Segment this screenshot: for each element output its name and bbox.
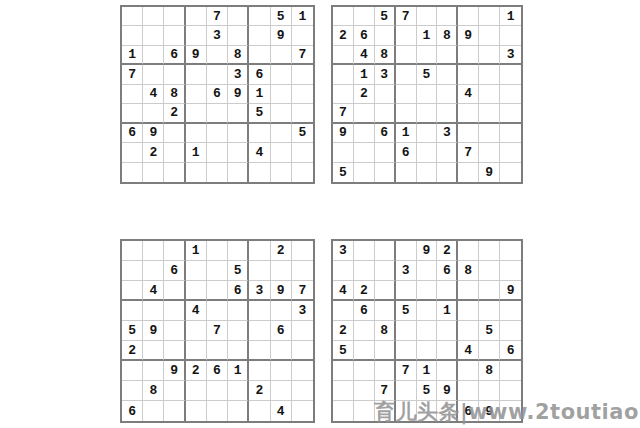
cell-r4c7 — [458, 301, 479, 321]
cell-r3c3: 6 — [164, 46, 185, 65]
cell-r4c4 — [396, 65, 417, 84]
cell-r7c2: 9 — [143, 124, 164, 143]
cell-r2c9 — [292, 26, 313, 45]
cell-r6c1: 5 — [333, 341, 354, 361]
cell-r2c3 — [375, 261, 396, 281]
cell-r2c5 — [417, 261, 438, 281]
cell-r2c5 — [207, 261, 228, 281]
cell-r3c8 — [271, 46, 292, 65]
watermark: 育儿头条|www.2toutiao.com — [374, 399, 640, 425]
cell-r9c2 — [354, 163, 375, 182]
cell-r9c8: 9 — [479, 163, 500, 182]
cell-r9c6 — [228, 401, 249, 421]
cell-r6c8 — [271, 104, 292, 123]
cell-r1c5 — [207, 241, 228, 261]
cell-r6c9: 6 — [500, 341, 521, 361]
cell-r8c2: 8 — [143, 381, 164, 401]
cell-r7c9 — [292, 361, 313, 381]
cell-r5c4 — [396, 85, 417, 104]
cell-r4c7 — [458, 65, 479, 84]
cell-r7c8 — [271, 361, 292, 381]
cell-r8c9 — [292, 143, 313, 162]
cell-r6c2 — [143, 341, 164, 361]
cell-r4c9 — [292, 65, 313, 84]
cell-r8c6: 9 — [437, 381, 458, 401]
cell-r8c2 — [354, 381, 375, 401]
cell-r2c1 — [333, 261, 354, 281]
cell-r4c5 — [207, 65, 228, 84]
cell-r4c2: 6 — [354, 301, 375, 321]
cell-r8c4: 6 — [396, 143, 417, 162]
cell-r4c8 — [271, 65, 292, 84]
cell-r3c1 — [122, 281, 143, 301]
cell-r8c6 — [228, 143, 249, 162]
cell-r4c2 — [143, 301, 164, 321]
cell-r6c7 — [458, 104, 479, 123]
cell-r1c7 — [458, 7, 479, 26]
cell-r8c7 — [458, 381, 479, 401]
cell-r8c6 — [437, 143, 458, 162]
cell-r1c8 — [479, 241, 500, 261]
cell-r7c4: 2 — [186, 361, 207, 381]
cell-r7c6 — [437, 361, 458, 381]
cell-r2c2 — [143, 261, 164, 281]
cell-r5c7: 4 — [458, 85, 479, 104]
cell-r5c1: 5 — [122, 321, 143, 341]
cell-r3c6: 6 — [228, 281, 249, 301]
cell-r3c9: 7 — [292, 281, 313, 301]
cell-r5c8 — [271, 85, 292, 104]
cell-r6c2 — [143, 104, 164, 123]
cell-r3c2: 2 — [354, 281, 375, 301]
cell-r5c7: 1 — [249, 85, 270, 104]
cell-r9c7 — [249, 401, 270, 421]
cell-r8c1 — [122, 143, 143, 162]
cell-r5c4 — [396, 321, 417, 341]
cell-r6c6 — [437, 341, 458, 361]
cell-r5c8: 5 — [479, 321, 500, 341]
cell-r2c8: 9 — [271, 26, 292, 45]
cell-r4c1 — [122, 301, 143, 321]
cell-r3c4 — [396, 46, 417, 65]
cell-r3c7 — [249, 46, 270, 65]
cell-r2c4 — [396, 26, 417, 45]
cell-r8c5 — [207, 381, 228, 401]
cell-r1c2 — [143, 7, 164, 26]
cell-r8c8 — [271, 381, 292, 401]
cell-r6c5 — [207, 341, 228, 361]
cell-r7c8 — [271, 124, 292, 143]
cell-r1c8 — [479, 7, 500, 26]
cell-r8c4 — [186, 381, 207, 401]
cell-r4c8 — [271, 301, 292, 321]
cell-r7c5: 6 — [207, 361, 228, 381]
cell-r7c3 — [164, 124, 185, 143]
cell-r7c4 — [186, 124, 207, 143]
cell-r8c7: 2 — [249, 381, 270, 401]
cell-r4c6: 1 — [437, 301, 458, 321]
cell-r1c1 — [333, 7, 354, 26]
cell-r1c3: 5 — [375, 7, 396, 26]
cell-r6c4 — [186, 104, 207, 123]
cell-r8c5 — [207, 143, 228, 162]
cell-r9c1: 6 — [122, 401, 143, 421]
cell-r1c9: 1 — [500, 7, 521, 26]
cell-r7c4: 7 — [396, 361, 417, 381]
sudoku-sheet: 75139169877364869125695214 5712618948313… — [0, 0, 640, 428]
cell-r5c1 — [333, 85, 354, 104]
cell-r3c7: 3 — [249, 281, 270, 301]
cell-r6c8 — [271, 341, 292, 361]
cell-r6c3 — [375, 341, 396, 361]
cell-r9c3 — [375, 163, 396, 182]
cell-r9c5 — [207, 163, 228, 182]
cell-r3c5 — [207, 46, 228, 65]
cell-r2c7 — [249, 261, 270, 281]
cell-r4c2 — [143, 65, 164, 84]
cell-r3c4 — [396, 281, 417, 301]
cell-r4c3 — [164, 301, 185, 321]
cell-r9c2 — [143, 163, 164, 182]
cell-r3c2: 4 — [354, 46, 375, 65]
cell-r2c4 — [186, 261, 207, 281]
cell-r6c6 — [228, 104, 249, 123]
cell-r5c5: 7 — [207, 321, 228, 341]
cell-r5c9 — [292, 321, 313, 341]
cell-r2c9 — [292, 261, 313, 281]
cell-r4c3 — [164, 65, 185, 84]
cell-r6c7: 4 — [458, 341, 479, 361]
cell-r4c5 — [417, 301, 438, 321]
cell-r2c7 — [249, 26, 270, 45]
cell-r2c6: 8 — [437, 26, 458, 45]
cell-r3c4 — [186, 281, 207, 301]
cell-r5c2 — [354, 321, 375, 341]
cell-r7c1 — [333, 361, 354, 381]
cell-r5c5: 6 — [207, 85, 228, 104]
cell-r7c6: 3 — [437, 124, 458, 143]
cell-r2c2: 6 — [354, 26, 375, 45]
cell-r8c8 — [479, 381, 500, 401]
cell-r9c2 — [143, 401, 164, 421]
cell-r5c2: 4 — [143, 85, 164, 104]
cell-r2c1 — [122, 26, 143, 45]
cell-r2c6 — [228, 26, 249, 45]
cell-r1c6 — [228, 241, 249, 261]
cell-r4c6 — [228, 301, 249, 321]
cell-r2c2 — [354, 261, 375, 281]
cell-r7c7 — [458, 361, 479, 381]
cell-r3c9: 3 — [500, 46, 521, 65]
cell-r9c7 — [249, 163, 270, 182]
cell-r1c5 — [417, 7, 438, 26]
sudoku-board-bottom-right: 39236842965128554671875969 — [331, 239, 523, 423]
cell-r7c8: 8 — [479, 361, 500, 381]
cell-r9c6 — [228, 163, 249, 182]
cell-r1c4: 1 — [186, 241, 207, 261]
sudoku-board-top-right: 5712618948313524796136759 — [331, 5, 523, 184]
cell-r8c2: 2 — [143, 143, 164, 162]
cell-r7c9: 5 — [292, 124, 313, 143]
cell-r9c2 — [354, 401, 375, 421]
cell-r5c8 — [479, 85, 500, 104]
cell-r5c7 — [458, 321, 479, 341]
cell-r6c3 — [164, 341, 185, 361]
cell-r2c8 — [271, 261, 292, 281]
cell-r6c4 — [396, 341, 417, 361]
cell-r4c7: 6 — [249, 65, 270, 84]
cell-r5c5 — [417, 321, 438, 341]
cell-r1c6 — [437, 7, 458, 26]
cell-r9c8: 4 — [271, 401, 292, 421]
cell-r5c1 — [122, 85, 143, 104]
cell-r1c3 — [164, 241, 185, 261]
cell-r6c5 — [417, 341, 438, 361]
cell-r2c9 — [500, 26, 521, 45]
cell-r1c8: 5 — [271, 7, 292, 26]
cell-r1c2 — [354, 241, 375, 261]
cell-r6c9 — [500, 104, 521, 123]
cell-r5c6 — [437, 85, 458, 104]
cell-r2c5: 3 — [207, 26, 228, 45]
cell-r2c1 — [122, 261, 143, 281]
cell-r2c6: 6 — [437, 261, 458, 281]
cell-r6c6 — [437, 104, 458, 123]
cell-r5c3 — [164, 321, 185, 341]
cell-r9c4 — [186, 163, 207, 182]
cell-r5c2: 2 — [354, 85, 375, 104]
cell-r9c4 — [396, 163, 417, 182]
cell-r3c1: 1 — [122, 46, 143, 65]
cell-r7c4: 1 — [396, 124, 417, 143]
cell-r3c7 — [458, 281, 479, 301]
cell-r3c1 — [333, 46, 354, 65]
cell-r7c7 — [249, 361, 270, 381]
cell-r3c6 — [437, 46, 458, 65]
cell-r4c1 — [333, 301, 354, 321]
cell-r8c9 — [500, 381, 521, 401]
cell-r6c2 — [354, 341, 375, 361]
cell-r8c3 — [164, 143, 185, 162]
cell-r3c4: 9 — [186, 46, 207, 65]
cell-r5c3: 8 — [164, 85, 185, 104]
cell-r4c3 — [375, 301, 396, 321]
cell-r1c4 — [396, 241, 417, 261]
cell-r7c7 — [249, 124, 270, 143]
cell-r1c3 — [164, 7, 185, 26]
cell-r2c8 — [479, 26, 500, 45]
cell-r7c9 — [500, 124, 521, 143]
cell-r2c7: 9 — [458, 26, 479, 45]
cell-r6c4 — [396, 104, 417, 123]
cell-r6c8 — [479, 341, 500, 361]
cell-r5c1: 2 — [333, 321, 354, 341]
cell-r9c9 — [500, 163, 521, 182]
cell-r7c2 — [354, 124, 375, 143]
cell-r4c9: 3 — [292, 301, 313, 321]
cell-r3c3 — [375, 281, 396, 301]
cell-r2c3 — [164, 26, 185, 45]
cell-r1c1: 3 — [333, 241, 354, 261]
cell-r9c7 — [458, 163, 479, 182]
cell-r1c7 — [249, 7, 270, 26]
cell-r4c6: 3 — [228, 65, 249, 84]
cell-r2c1: 2 — [333, 26, 354, 45]
cell-r3c5 — [417, 46, 438, 65]
cell-r9c1 — [122, 163, 143, 182]
cell-r6c1 — [122, 104, 143, 123]
cell-r6c5 — [417, 104, 438, 123]
cell-r2c3 — [375, 26, 396, 45]
cell-r8c1 — [333, 143, 354, 162]
cell-r3c8 — [479, 281, 500, 301]
cell-r9c5 — [207, 401, 228, 421]
cell-r3c2 — [143, 46, 164, 65]
cell-r8c4 — [396, 381, 417, 401]
cell-r6c8 — [479, 104, 500, 123]
cell-r5c9 — [500, 85, 521, 104]
cell-r2c4 — [186, 26, 207, 45]
cell-r8c2 — [354, 143, 375, 162]
cell-r3c5 — [417, 281, 438, 301]
cell-r1c1 — [122, 241, 143, 261]
cell-r5c6 — [228, 321, 249, 341]
cell-r3c3 — [164, 281, 185, 301]
cell-r1c3 — [375, 241, 396, 261]
cell-r2c2 — [143, 26, 164, 45]
cell-r1c2 — [354, 7, 375, 26]
cell-r7c6 — [228, 124, 249, 143]
cell-r6c9 — [292, 104, 313, 123]
cell-r2c8 — [479, 261, 500, 281]
cell-r8c8 — [271, 143, 292, 162]
cell-r4c9 — [500, 65, 521, 84]
cell-r6c6 — [228, 341, 249, 361]
cell-r4c1 — [333, 65, 354, 84]
cell-r3c5 — [207, 281, 228, 301]
cell-r9c9 — [292, 163, 313, 182]
cell-r9c3 — [164, 163, 185, 182]
cell-r3c2: 4 — [143, 281, 164, 301]
sudoku-board-top-left: 75139169877364869125695214 — [120, 5, 315, 184]
cell-r8c6 — [228, 381, 249, 401]
cell-r8c7: 7 — [458, 143, 479, 162]
cell-r9c5 — [417, 163, 438, 182]
cell-r8c5 — [417, 143, 438, 162]
cell-r4c5: 5 — [417, 65, 438, 84]
cell-r1c9 — [500, 241, 521, 261]
cell-r1c6: 2 — [437, 241, 458, 261]
cell-r4c8 — [479, 301, 500, 321]
cell-r8c3: 7 — [375, 381, 396, 401]
cell-r5c4 — [186, 85, 207, 104]
cell-r8c8 — [479, 143, 500, 162]
cell-r7c2 — [143, 361, 164, 381]
cell-r4c1: 7 — [122, 65, 143, 84]
cell-r6c3 — [375, 104, 396, 123]
cell-r3c8 — [479, 46, 500, 65]
cell-r7c5: 1 — [417, 361, 438, 381]
cell-r5c3: 8 — [375, 321, 396, 341]
cell-r8c3 — [375, 143, 396, 162]
cell-r7c5 — [207, 124, 228, 143]
cell-r3c6: 8 — [228, 46, 249, 65]
cell-r9c9 — [292, 401, 313, 421]
cell-r3c6 — [437, 281, 458, 301]
cell-r3c3: 8 — [375, 46, 396, 65]
cell-r5c6: 9 — [228, 85, 249, 104]
cell-r1c4: 7 — [396, 7, 417, 26]
cell-r9c1 — [333, 401, 354, 421]
cell-r8c9 — [500, 143, 521, 162]
cell-r6c9 — [292, 341, 313, 361]
cell-r8c9 — [292, 381, 313, 401]
cell-r1c5: 9 — [417, 241, 438, 261]
cell-r6c7: 5 — [249, 104, 270, 123]
cell-r7c2 — [354, 361, 375, 381]
cell-r1c5: 7 — [207, 7, 228, 26]
cell-r1c9 — [292, 241, 313, 261]
cell-r5c3 — [375, 85, 396, 104]
sudoku-board-bottom-left: 126546397435976292618264 — [120, 239, 315, 423]
cell-r1c6 — [228, 7, 249, 26]
cell-r7c8 — [479, 124, 500, 143]
cell-r2c4: 3 — [396, 261, 417, 281]
cell-r5c8: 6 — [271, 321, 292, 341]
cell-r3c7 — [458, 46, 479, 65]
cell-r1c7 — [249, 241, 270, 261]
cell-r5c2: 9 — [143, 321, 164, 341]
cell-r3c1: 4 — [333, 281, 354, 301]
cell-r8c1 — [122, 381, 143, 401]
cell-r9c4 — [186, 401, 207, 421]
cell-r7c3: 6 — [375, 124, 396, 143]
cell-r4c6 — [437, 65, 458, 84]
cell-r8c3 — [164, 381, 185, 401]
cell-r7c6: 1 — [228, 361, 249, 381]
cell-r5c5 — [417, 85, 438, 104]
cell-r1c2 — [143, 241, 164, 261]
cell-r5c7 — [249, 321, 270, 341]
cell-r1c1 — [122, 7, 143, 26]
cell-r1c9: 1 — [292, 7, 313, 26]
cell-r1c7 — [458, 241, 479, 261]
cell-r6c1: 2 — [122, 341, 143, 361]
cell-r2c6: 5 — [228, 261, 249, 281]
cell-r5c9 — [500, 321, 521, 341]
cell-r6c4 — [186, 341, 207, 361]
cell-r1c8: 2 — [271, 241, 292, 261]
cell-r2c9 — [500, 261, 521, 281]
cell-r7c1: 9 — [333, 124, 354, 143]
cell-r8c4: 1 — [186, 143, 207, 162]
cell-r7c3: 9 — [164, 361, 185, 381]
cell-r4c9 — [500, 301, 521, 321]
cell-r7c5 — [417, 124, 438, 143]
cell-r4c8 — [479, 65, 500, 84]
cell-r9c3 — [164, 401, 185, 421]
cell-r4c4 — [186, 65, 207, 84]
cell-r4c7 — [249, 301, 270, 321]
cell-r9c8 — [271, 163, 292, 182]
cell-r5c4 — [186, 321, 207, 341]
cell-r4c4: 5 — [396, 301, 417, 321]
cell-r6c1: 7 — [333, 104, 354, 123]
cell-r4c2: 1 — [354, 65, 375, 84]
cell-r7c9 — [500, 361, 521, 381]
cell-r4c5 — [207, 301, 228, 321]
cell-r2c5: 1 — [417, 26, 438, 45]
